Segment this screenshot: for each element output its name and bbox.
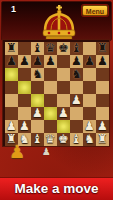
square-a4[interactable] bbox=[5, 94, 18, 107]
square-d6[interactable] bbox=[44, 68, 57, 81]
gold-pawn-icon: ♟ bbox=[9, 141, 25, 162]
chess-app: 1 Menu ♜♝♛♚♝♜♟♟♟♟♟♟♟♞♞♟♟♟♟♟♟♟♜♞♝♛♚♝♞♜ ♟ … bbox=[0, 0, 113, 200]
header-panel: 1 Menu bbox=[1, 1, 112, 41]
piece-black-pawn[interactable]: ♟ bbox=[96, 55, 109, 68]
square-h5[interactable] bbox=[96, 81, 109, 94]
square-e7[interactable] bbox=[57, 55, 70, 68]
square-f3[interactable] bbox=[70, 107, 83, 120]
square-e1[interactable]: ♚ bbox=[57, 133, 70, 146]
square-h4[interactable] bbox=[96, 94, 109, 107]
menu-button[interactable]: Menu bbox=[82, 5, 108, 16]
piece-white-bishop[interactable]: ♝ bbox=[70, 133, 83, 146]
chess-board: ♜♝♛♚♝♜♟♟♟♟♟♟♟♞♞♟♟♟♟♟♟♟♜♞♝♛♚♝♞♜ bbox=[5, 42, 109, 146]
piece-white-pawn[interactable]: ♟ bbox=[31, 107, 44, 120]
square-d4[interactable] bbox=[44, 94, 57, 107]
square-b5[interactable] bbox=[18, 81, 31, 94]
square-e8[interactable]: ♚ bbox=[57, 42, 70, 55]
square-a7[interactable]: ♟ bbox=[5, 55, 18, 68]
square-e3[interactable]: ♟ bbox=[57, 107, 70, 120]
piece-white-pawn[interactable]: ♟ bbox=[57, 107, 70, 120]
square-g1[interactable]: ♞ bbox=[83, 133, 96, 146]
piece-black-knight[interactable]: ♞ bbox=[70, 68, 83, 81]
square-h6[interactable] bbox=[96, 68, 109, 81]
square-e5[interactable] bbox=[57, 81, 70, 94]
piece-white-king[interactable]: ♚ bbox=[57, 133, 70, 146]
crown-icon bbox=[38, 5, 80, 41]
piece-white-pawn[interactable]: ♟ bbox=[70, 94, 83, 107]
square-c1[interactable]: ♝ bbox=[31, 133, 44, 146]
piece-white-queen[interactable]: ♛ bbox=[44, 133, 57, 146]
square-c5[interactable] bbox=[31, 81, 44, 94]
square-b6[interactable] bbox=[18, 68, 31, 81]
square-c3[interactable]: ♟ bbox=[31, 107, 44, 120]
square-h7[interactable]: ♟ bbox=[96, 55, 109, 68]
square-d5[interactable] bbox=[44, 81, 57, 94]
square-f4[interactable]: ♟ bbox=[70, 94, 83, 107]
square-g7[interactable]: ♟ bbox=[83, 55, 96, 68]
square-b4[interactable] bbox=[18, 94, 31, 107]
square-g6[interactable] bbox=[83, 68, 96, 81]
square-b7[interactable]: ♟ bbox=[18, 55, 31, 68]
piece-black-pawn[interactable]: ♟ bbox=[44, 55, 57, 68]
board-frame: ♜♝♛♚♝♜♟♟♟♟♟♟♟♞♞♟♟♟♟♟♟♟♜♞♝♛♚♝♞♜ bbox=[2, 39, 110, 147]
piece-black-knight[interactable]: ♞ bbox=[31, 68, 44, 81]
piece-black-pawn[interactable]: ♟ bbox=[5, 55, 18, 68]
square-e6[interactable] bbox=[57, 68, 70, 81]
square-g4[interactable] bbox=[83, 94, 96, 107]
piece-white-rook[interactable]: ♜ bbox=[96, 133, 109, 146]
square-d3[interactable] bbox=[44, 107, 57, 120]
piece-black-pawn[interactable]: ♟ bbox=[18, 55, 31, 68]
piece-white-knight[interactable]: ♞ bbox=[83, 133, 96, 146]
square-a5[interactable] bbox=[5, 81, 18, 94]
square-c6[interactable]: ♞ bbox=[31, 68, 44, 81]
square-d7[interactable]: ♟ bbox=[44, 55, 57, 68]
move-counter: 1 bbox=[11, 4, 16, 14]
square-f1[interactable]: ♝ bbox=[70, 133, 83, 146]
piece-black-pawn[interactable]: ♟ bbox=[83, 55, 96, 68]
status-banner: Make a move bbox=[0, 177, 113, 200]
piece-black-king[interactable]: ♚ bbox=[57, 42, 70, 55]
square-f6[interactable]: ♞ bbox=[70, 68, 83, 81]
status-banner-text: Make a move bbox=[14, 181, 98, 196]
square-d1[interactable]: ♛ bbox=[44, 133, 57, 146]
white-pawn-icon: ♟ bbox=[42, 146, 51, 157]
piece-white-bishop[interactable]: ♝ bbox=[31, 133, 44, 146]
square-g5[interactable] bbox=[83, 81, 96, 94]
square-h1[interactable]: ♜ bbox=[96, 133, 109, 146]
square-a6[interactable] bbox=[5, 68, 18, 81]
